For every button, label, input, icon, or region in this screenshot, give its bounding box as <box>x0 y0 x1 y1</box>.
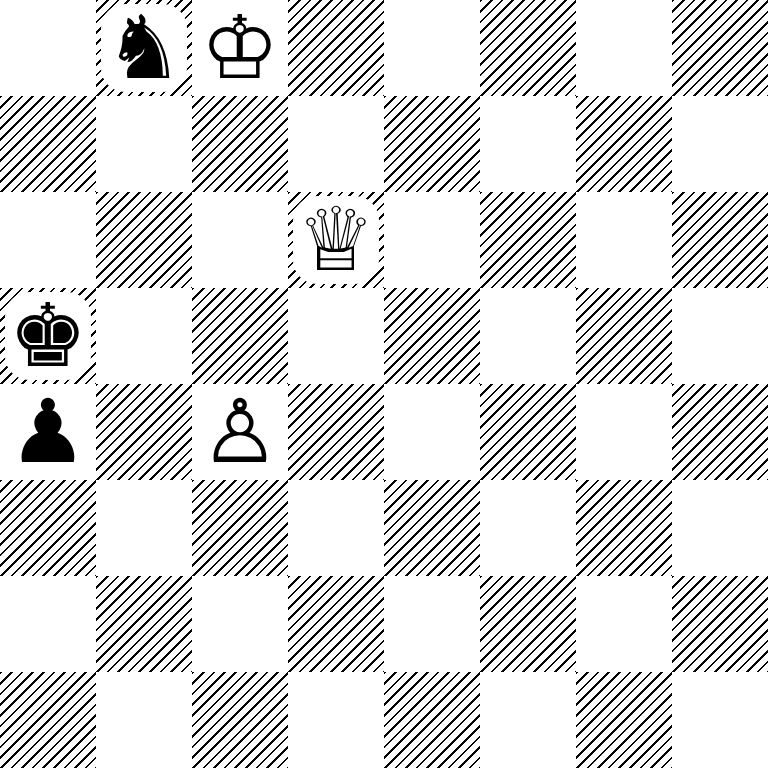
square-c8[interactable]: ♔ <box>192 0 288 96</box>
piece-white-queen[interactable]: ♕ <box>293 196 379 284</box>
square-e8[interactable] <box>384 0 480 96</box>
square-h7[interactable] <box>672 96 768 192</box>
square-d2[interactable] <box>288 576 384 672</box>
square-g8[interactable] <box>576 0 672 96</box>
square-d5[interactable] <box>288 288 384 384</box>
square-b1[interactable] <box>96 672 192 768</box>
square-h2[interactable] <box>672 576 768 672</box>
square-a5[interactable]: ♚ <box>0 288 96 384</box>
piece-black-king[interactable]: ♚ <box>5 292 91 380</box>
square-f1[interactable] <box>480 672 576 768</box>
square-g2[interactable] <box>576 576 672 672</box>
square-c7[interactable] <box>192 96 288 192</box>
square-c2[interactable] <box>192 576 288 672</box>
square-h6[interactable] <box>672 192 768 288</box>
square-h4[interactable] <box>672 384 768 480</box>
square-a3[interactable] <box>0 480 96 576</box>
square-a7[interactable] <box>0 96 96 192</box>
square-c3[interactable] <box>192 480 288 576</box>
square-c5[interactable] <box>192 288 288 384</box>
square-e3[interactable] <box>384 480 480 576</box>
square-f6[interactable] <box>480 192 576 288</box>
square-h5[interactable] <box>672 288 768 384</box>
square-e6[interactable] <box>384 192 480 288</box>
square-a6[interactable] <box>0 192 96 288</box>
square-f2[interactable] <box>480 576 576 672</box>
square-b6[interactable] <box>96 192 192 288</box>
square-b3[interactable] <box>96 480 192 576</box>
square-f7[interactable] <box>480 96 576 192</box>
square-e4[interactable] <box>384 384 480 480</box>
chess-board: ♞♔♕♚♟♙ <box>0 0 768 768</box>
square-g5[interactable] <box>576 288 672 384</box>
square-g4[interactable] <box>576 384 672 480</box>
square-a4[interactable]: ♟ <box>0 384 96 480</box>
square-e1[interactable] <box>384 672 480 768</box>
square-c4[interactable]: ♙ <box>192 384 288 480</box>
square-g6[interactable] <box>576 192 672 288</box>
square-c1[interactable] <box>192 672 288 768</box>
square-b5[interactable] <box>96 288 192 384</box>
piece-white-king[interactable]: ♔ <box>197 4 283 92</box>
square-a8[interactable] <box>0 0 96 96</box>
square-e2[interactable] <box>384 576 480 672</box>
piece-black-knight[interactable]: ♞ <box>101 4 187 92</box>
square-b4[interactable] <box>96 384 192 480</box>
square-c6[interactable] <box>192 192 288 288</box>
square-a1[interactable] <box>0 672 96 768</box>
square-f8[interactable] <box>480 0 576 96</box>
square-b8[interactable]: ♞ <box>96 0 192 96</box>
square-f5[interactable] <box>480 288 576 384</box>
square-e7[interactable] <box>384 96 480 192</box>
square-g1[interactable] <box>576 672 672 768</box>
square-f3[interactable] <box>480 480 576 576</box>
square-b7[interactable] <box>96 96 192 192</box>
square-b2[interactable] <box>96 576 192 672</box>
square-g7[interactable] <box>576 96 672 192</box>
square-d7[interactable] <box>288 96 384 192</box>
piece-black-pawn[interactable]: ♟ <box>5 388 91 476</box>
square-a2[interactable] <box>0 576 96 672</box>
square-d3[interactable] <box>288 480 384 576</box>
square-d1[interactable] <box>288 672 384 768</box>
square-e5[interactable] <box>384 288 480 384</box>
square-h1[interactable] <box>672 672 768 768</box>
square-d6[interactable]: ♕ <box>288 192 384 288</box>
square-g3[interactable] <box>576 480 672 576</box>
square-d8[interactable] <box>288 0 384 96</box>
square-d4[interactable] <box>288 384 384 480</box>
square-f4[interactable] <box>480 384 576 480</box>
piece-white-pawn[interactable]: ♙ <box>197 388 283 476</box>
square-h3[interactable] <box>672 480 768 576</box>
square-h8[interactable] <box>672 0 768 96</box>
